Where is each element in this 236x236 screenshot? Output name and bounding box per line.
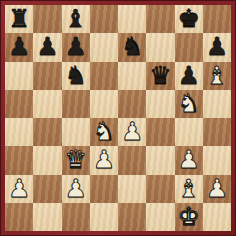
piece-white-king[interactable]: ♚ [177,203,199,231]
square-f1[interactable] [146,203,174,231]
piece-white-knight[interactable]: ♞ [93,118,115,146]
square-a6[interactable] [5,62,33,90]
square-f8[interactable] [146,5,174,33]
piece-white-queen[interactable]: ♛ [64,146,86,174]
piece-white-pawn[interactable]: ♟ [64,175,86,203]
piece-black-knight[interactable]: ♞ [64,62,86,90]
piece-white-pawn[interactable]: ♟ [206,175,228,203]
square-d3[interactable]: ♟ [90,146,118,174]
square-d7[interactable] [90,33,118,61]
piece-black-rook[interactable]: ♜ [8,5,30,33]
piece-white-pawn[interactable]: ♟ [177,146,199,174]
square-b3[interactable] [33,146,61,174]
square-e2[interactable] [118,175,146,203]
piece-white-pawn[interactable]: ♟ [8,175,30,203]
square-f3[interactable] [146,146,174,174]
square-b5[interactable] [33,90,61,118]
square-a3[interactable] [5,146,33,174]
square-d1[interactable] [90,203,118,231]
piece-black-pawn[interactable]: ♟ [177,62,199,90]
square-h8[interactable] [203,5,231,33]
square-g6[interactable]: ♟ [175,62,203,90]
square-h7[interactable]: ♟ [203,33,231,61]
square-c4[interactable] [62,118,90,146]
square-b8[interactable] [33,5,61,33]
square-b4[interactable] [33,118,61,146]
piece-black-king[interactable]: ♚ [177,5,199,33]
piece-black-pawn[interactable]: ♟ [8,33,30,61]
square-h4[interactable] [203,118,231,146]
square-g2[interactable]: ♝ [175,175,203,203]
square-c8[interactable]: ♝ [62,5,90,33]
square-c5[interactable] [62,90,90,118]
board-frame: ♜♝♚♟♟♟♞♟♞♛♟♝♞♞♟♛♟♟♟♟♝♟♚ [1,1,235,235]
square-c2[interactable]: ♟ [62,175,90,203]
square-f4[interactable] [146,118,174,146]
square-f2[interactable] [146,175,174,203]
chess-board: ♜♝♚♟♟♟♞♟♞♛♟♝♞♞♟♛♟♟♟♟♝♟♚ [5,5,231,231]
board-frame-edge: ♜♝♚♟♟♟♞♟♞♛♟♝♞♞♟♛♟♟♟♟♝♟♚ [0,0,236,236]
square-e1[interactable] [118,203,146,231]
square-b1[interactable] [33,203,61,231]
piece-black-bishop[interactable]: ♝ [64,5,86,33]
piece-black-knight[interactable]: ♞ [121,33,143,61]
square-b6[interactable] [33,62,61,90]
square-g8[interactable]: ♚ [175,5,203,33]
piece-black-queen[interactable]: ♛ [149,62,171,90]
square-h2[interactable]: ♟ [203,175,231,203]
piece-white-bishop[interactable]: ♝ [177,175,199,203]
piece-white-pawn[interactable]: ♟ [93,146,115,174]
piece-black-pawn[interactable]: ♟ [64,33,86,61]
square-a8[interactable]: ♜ [5,5,33,33]
square-b2[interactable] [33,175,61,203]
piece-white-bishop[interactable]: ♝ [206,62,228,90]
square-g5[interactable]: ♞ [175,90,203,118]
square-a4[interactable] [5,118,33,146]
square-a5[interactable] [5,90,33,118]
piece-black-pawn[interactable]: ♟ [36,33,58,61]
square-f7[interactable] [146,33,174,61]
square-h5[interactable] [203,90,231,118]
square-c3[interactable]: ♛ [62,146,90,174]
square-d8[interactable] [90,5,118,33]
square-c6[interactable]: ♞ [62,62,90,90]
square-a1[interactable] [5,203,33,231]
square-d2[interactable] [90,175,118,203]
square-e4[interactable]: ♟ [118,118,146,146]
square-e3[interactable] [118,146,146,174]
square-g7[interactable] [175,33,203,61]
square-h3[interactable] [203,146,231,174]
piece-black-pawn[interactable]: ♟ [206,33,228,61]
square-c1[interactable] [62,203,90,231]
square-g4[interactable] [175,118,203,146]
square-e7[interactable]: ♞ [118,33,146,61]
piece-white-knight[interactable]: ♞ [177,90,199,118]
square-f5[interactable] [146,90,174,118]
square-g1[interactable]: ♚ [175,203,203,231]
square-e8[interactable] [118,5,146,33]
square-d4[interactable]: ♞ [90,118,118,146]
square-g3[interactable]: ♟ [175,146,203,174]
square-h1[interactable] [203,203,231,231]
square-f6[interactable]: ♛ [146,62,174,90]
square-d6[interactable] [90,62,118,90]
square-a7[interactable]: ♟ [5,33,33,61]
square-d5[interactable] [90,90,118,118]
square-c7[interactable]: ♟ [62,33,90,61]
square-e6[interactable] [118,62,146,90]
square-a2[interactable]: ♟ [5,175,33,203]
piece-white-pawn[interactable]: ♟ [121,118,143,146]
square-h6[interactable]: ♝ [203,62,231,90]
square-e5[interactable] [118,90,146,118]
square-b7[interactable]: ♟ [33,33,61,61]
